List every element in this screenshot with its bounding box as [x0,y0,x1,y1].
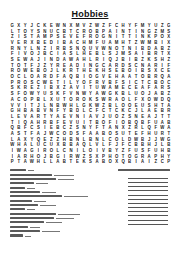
clue-text [10,178,56,180]
clue-answer-blank [46,220,62,223]
clue-answer-blank [42,229,60,232]
clue-answer-blank [30,225,40,228]
clue-answer-blank [27,186,35,189]
clue-answer-blank [54,173,74,176]
clue-text [10,217,54,219]
worksheet-page: Hobbies GXYJCKEWNXMVZWZFCHYFMYUZGLTOYSNU… [0,0,180,255]
clue-answer-blank [36,181,48,184]
answer-lines-panel [118,169,174,225]
page-title: Hobbies [0,9,180,19]
grid-cell-r17c25: T [165,114,172,120]
clue-answer-blank [56,216,74,219]
clue-answer-blank [64,194,88,197]
clue-text [10,200,32,202]
grid-cell-r20c25: T [165,131,172,137]
clue-answer-blank [58,212,80,215]
clue-text [10,174,52,176]
answers-instruction-text [118,169,170,171]
grid-cell-r25c25: P [165,159,172,165]
clues-list [10,167,120,237]
clue-answer-blank [58,177,74,180]
clue-line-16 [10,232,120,236]
clue-text [10,226,28,228]
clue-answer-blank [27,207,35,210]
grid-cell-r14c25: Q [165,97,172,103]
answer-line-12 [128,221,168,225]
clue-text [10,213,56,215]
clue-text [10,191,40,193]
clue-text [10,187,25,189]
clue-text [10,234,23,236]
clue-answer-blank [28,168,34,171]
clue-text [10,230,40,232]
clue-answer-blank [42,190,56,193]
clue-text [10,204,38,206]
clue-answer-blank [34,199,46,202]
word-search-grid: GXYJCKEWNXMVZWZFCHYFMYUZGLTOYSNUCBTCROBP… [9,23,172,165]
clue-answer-blank [25,233,31,236]
clue-answer-blank [40,203,56,206]
